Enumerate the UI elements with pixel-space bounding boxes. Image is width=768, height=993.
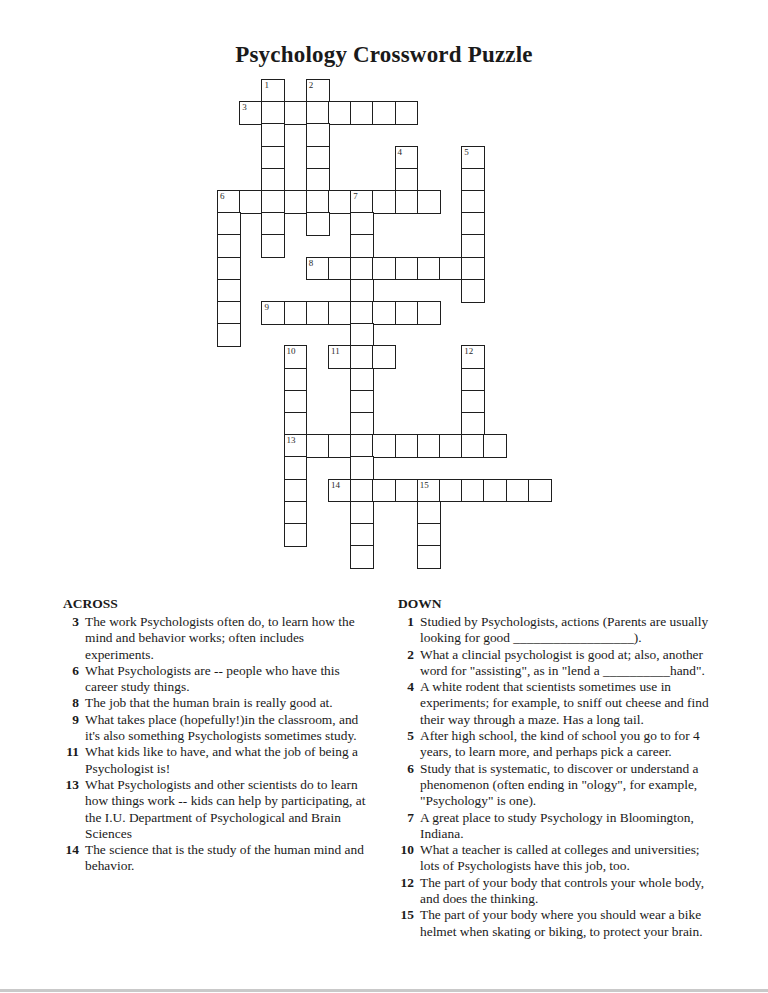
grid-cell [417, 523, 441, 547]
grid-cell [372, 190, 396, 214]
clue-item-down-4: 4 A white rodent that scientists sometim… [398, 679, 722, 728]
clue-item-down-15: 15 The part of your body where you shoul… [398, 907, 722, 940]
grid-cell [239, 190, 263, 214]
grid-cell [461, 257, 485, 281]
grid-cell [350, 279, 374, 303]
grid-cell [284, 523, 308, 547]
grid-cell [350, 479, 374, 503]
cell-number: 13 [287, 435, 296, 445]
down-header: DOWN [398, 596, 722, 611]
grid-cell [417, 301, 441, 325]
grid-cell: 14 [328, 479, 352, 503]
clue-text: What Psychologists and other scientists … [85, 777, 369, 842]
grid-cell [439, 257, 463, 281]
grid-cell: 6 [217, 190, 241, 214]
grid-cell [306, 101, 330, 125]
grid-cell [506, 479, 530, 503]
grid-cell [306, 168, 330, 192]
grid-cell [284, 456, 308, 480]
grid-cell [372, 301, 396, 325]
clue-number: 12 [398, 875, 414, 891]
crossword-grid: 123456789101112131415 [217, 79, 552, 569]
grid-cell [350, 412, 374, 436]
grid-cell [461, 412, 485, 436]
grid-cell [328, 301, 352, 325]
grid-cell [461, 479, 485, 503]
grid-cell [461, 279, 485, 303]
grid-cell: 11 [328, 345, 352, 369]
clue-item-across-9: 9 What takes place (hopefully!)in the cl… [63, 712, 369, 745]
clue-text: The part of your body where you should w… [420, 907, 722, 940]
grid-cell [417, 257, 441, 281]
clue-text: What a clincial psychologist is good at;… [420, 647, 722, 680]
grid-cell [528, 479, 552, 503]
grid-cell: 12 [461, 345, 485, 369]
clue-item-across-3: 3 The work Psychologists often do, to le… [63, 614, 369, 663]
grid-cell [461, 234, 485, 258]
cell-number: 6 [220, 191, 225, 201]
clue-text: What takes place (hopefully!)in the clas… [85, 712, 369, 745]
cell-number: 9 [264, 302, 269, 312]
clue-number: 3 [63, 614, 79, 630]
clue-item-across-14: 14 The science that is the study of the … [63, 842, 369, 875]
grid-cell [350, 212, 374, 236]
cell-number: 14 [331, 480, 340, 490]
grid-cell [350, 345, 374, 369]
grid-cell [350, 545, 374, 569]
clue-number: 10 [398, 842, 414, 858]
grid-cell [217, 279, 241, 303]
grid-cell [261, 168, 285, 192]
grid-cell [261, 123, 285, 147]
grid-cell [483, 479, 507, 503]
clue-item-across-13: 13 What Psychologists and other scientis… [63, 777, 369, 842]
clue-item-down-2: 2 What a clincial psychologist is good a… [398, 647, 722, 680]
clue-number: 1 [398, 614, 414, 630]
grid-cell [306, 301, 330, 325]
grid-cell [350, 101, 374, 125]
grid-cell: 4 [395, 146, 419, 170]
grid-cell [417, 434, 441, 458]
grid-cell: 13 [284, 434, 308, 458]
grid-cell [217, 323, 241, 347]
grid-cell [350, 523, 374, 547]
cell-number: 3 [242, 102, 247, 112]
clue-item-down-10: 10 What a teacher is called at colleges … [398, 842, 722, 875]
grid-cell [417, 545, 441, 569]
grid-cell [483, 434, 507, 458]
grid-cell [372, 479, 396, 503]
down-clues-column: DOWN 1 Studied by Psychologists, actions… [398, 596, 722, 940]
grid-cell: 1 [261, 79, 285, 103]
clue-text: What a teacher is called at colleges and… [420, 842, 722, 875]
grid-cell [217, 212, 241, 236]
clue-number: 9 [63, 712, 79, 728]
clue-item-down-1: 1 Studied by Psychologists, actions (Par… [398, 614, 722, 647]
grid-cell [461, 434, 485, 458]
grid-cell [350, 368, 374, 392]
grid-cell [395, 257, 419, 281]
clue-number: 8 [63, 695, 79, 711]
across-header: ACROSS [63, 596, 369, 611]
clue-number: 6 [398, 761, 414, 777]
cell-number: 11 [331, 346, 340, 356]
grid-cell [439, 434, 463, 458]
grid-cell [417, 501, 441, 525]
grid-cell [372, 101, 396, 125]
grid-cell [350, 323, 374, 347]
clue-number: 2 [398, 647, 414, 663]
grid-cell [395, 190, 419, 214]
grid-cell [395, 101, 419, 125]
grid-cell [217, 234, 241, 258]
cell-number: 1 [264, 80, 269, 90]
clue-item-down-6: 6 Study that is systematic, to discover … [398, 761, 722, 810]
cell-number: 4 [398, 147, 403, 157]
cell-number: 12 [464, 346, 473, 356]
grid-cell [261, 146, 285, 170]
clue-item-down-7: 7 A great place to study Psychology in B… [398, 810, 722, 843]
grid-cell [328, 190, 352, 214]
clue-number: 5 [398, 728, 414, 744]
grid-cell [350, 390, 374, 414]
clue-item-down-12: 12 The part of your body that controls y… [398, 875, 722, 908]
grid-cell [284, 301, 308, 325]
grid-cell [261, 212, 285, 236]
grid-cell [395, 434, 419, 458]
grid-cell [417, 190, 441, 214]
grid-cell [328, 257, 352, 281]
clue-text: After high school, the kind of school yo… [420, 728, 722, 761]
clue-text: A white rodent that scientists sometimes… [420, 679, 722, 728]
grid-cell [306, 190, 330, 214]
clue-item-across-8: 8 The job that the human brain is really… [63, 695, 369, 711]
grid-cell [284, 501, 308, 525]
clue-number: 4 [398, 679, 414, 695]
grid-cell: 5 [461, 146, 485, 170]
grid-cell [372, 257, 396, 281]
clue-item-across-6: 6 What Psychologists are -- people who h… [63, 663, 369, 696]
clue-text: The job that the human brain is really g… [85, 695, 333, 711]
cell-number: 5 [464, 147, 469, 157]
clue-text: What kids like to have, and what the job… [85, 744, 369, 777]
clue-text: The part of your body that controls your… [420, 875, 722, 908]
cell-number: 15 [420, 480, 429, 490]
grid-cell [350, 434, 374, 458]
clue-number: 13 [63, 777, 79, 793]
grid-cell [350, 257, 374, 281]
grid-cell [284, 412, 308, 436]
clue-number: 7 [398, 810, 414, 826]
clue-item-across-11: 11 What kids like to have, and what the … [63, 744, 369, 777]
grid-cell [284, 101, 308, 125]
clue-text: The work Psychologists often do, to lear… [85, 614, 369, 663]
grid-cell [261, 101, 285, 125]
grid-cell [284, 390, 308, 414]
clue-text: A great place to study Psychology in Blo… [420, 810, 722, 843]
cell-number: 2 [309, 80, 314, 90]
grid-cell [372, 345, 396, 369]
clue-text: What Psychologists are -- people who hav… [85, 663, 369, 696]
clue-item-down-5: 5 After high school, the kind of school … [398, 728, 722, 761]
grid-cell [284, 479, 308, 503]
clue-text: Study that is systematic, to discover or… [420, 761, 722, 810]
cell-number: 10 [287, 346, 296, 356]
grid-cell [306, 212, 330, 236]
grid-cell [395, 479, 419, 503]
clue-text: The science that is the study of the hum… [85, 842, 369, 875]
grid-cell: 9 [261, 301, 285, 325]
grid-cell [395, 168, 419, 192]
clue-text: Studied by Psychologists, actions (Paren… [420, 614, 722, 647]
grid-cell [461, 212, 485, 236]
grid-cell [395, 301, 419, 325]
grid-cell [306, 146, 330, 170]
clue-number: 11 [63, 744, 79, 760]
grid-cell [284, 368, 308, 392]
grid-cell [217, 301, 241, 325]
grid-cell [350, 501, 374, 525]
grid-cell [461, 168, 485, 192]
grid-cell: 2 [306, 79, 330, 103]
clue-number: 14 [63, 842, 79, 858]
grid-cell [284, 190, 308, 214]
cell-number: 7 [353, 191, 358, 201]
grid-cell: 10 [284, 345, 308, 369]
grid-cell [217, 257, 241, 281]
bottom-border-line [0, 989, 768, 992]
grid-cell [306, 123, 330, 147]
clue-number: 15 [398, 907, 414, 923]
grid-cell [461, 190, 485, 214]
grid-cell [328, 101, 352, 125]
grid-cell [261, 234, 285, 258]
cell-number: 8 [309, 258, 314, 268]
grid-cell [350, 301, 374, 325]
grid-cell [439, 479, 463, 503]
grid-cell: 8 [306, 257, 330, 281]
grid-cell: 7 [350, 190, 374, 214]
grid-cell [461, 368, 485, 392]
grid-cell [372, 434, 396, 458]
grid-cell [328, 434, 352, 458]
grid-cell [350, 456, 374, 480]
grid-cell: 3 [239, 101, 263, 125]
grid-cell: 15 [417, 479, 441, 503]
puzzle-title: Psychology Crossword Puzzle [0, 42, 768, 68]
grid-cell [306, 434, 330, 458]
across-clues-column: ACROSS 3 The work Psychologists often do… [63, 596, 369, 875]
grid-cell [261, 190, 285, 214]
clue-number: 6 [63, 663, 79, 679]
grid-cell [350, 234, 374, 258]
grid-cell [461, 390, 485, 414]
